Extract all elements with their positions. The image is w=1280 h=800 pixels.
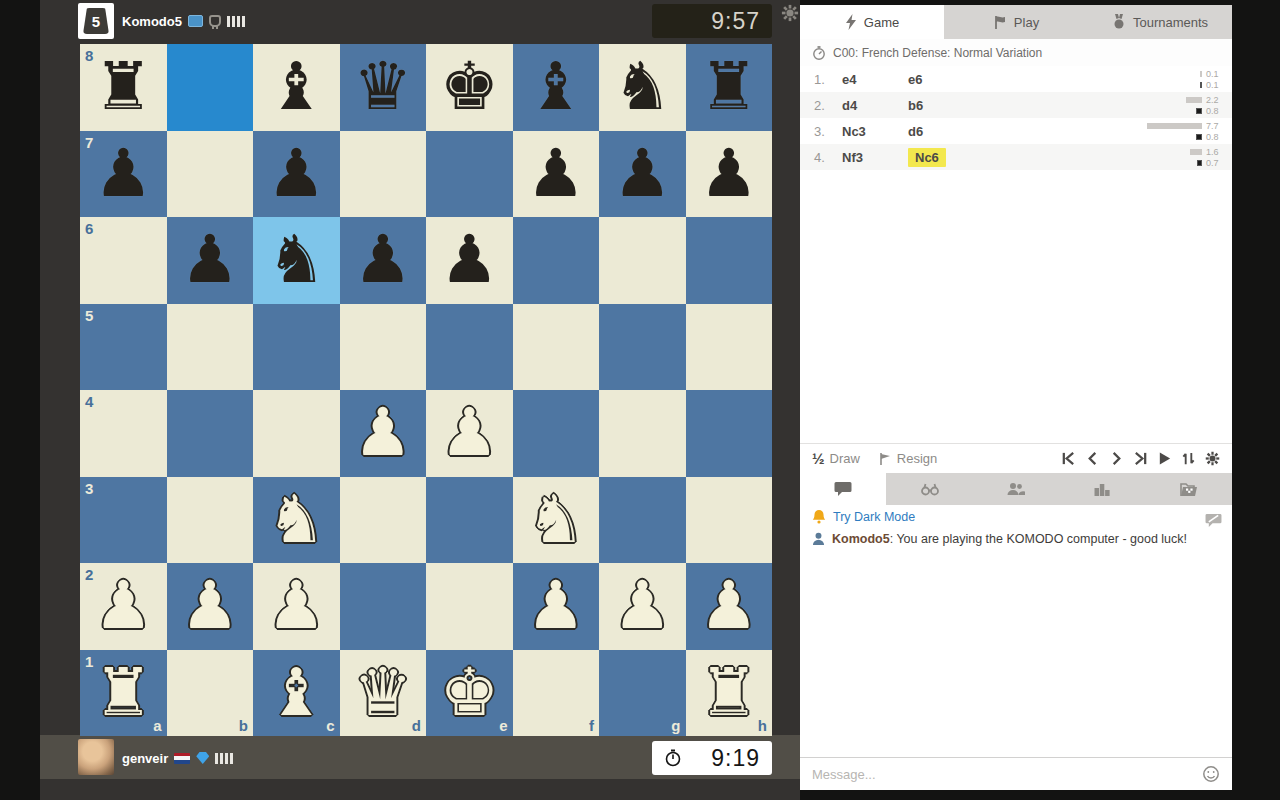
black-pawn-a7: ♟ (94, 141, 153, 207)
white-pawn-b2: ♟ (180, 573, 239, 639)
square-h4[interactable] (686, 390, 773, 477)
square-g2[interactable]: ♟ (599, 563, 686, 650)
square-e7[interactable] (426, 131, 513, 218)
square-c5[interactable] (253, 304, 340, 391)
games-folder-icon (1179, 481, 1199, 498)
white-move[interactable]: Nc3 (842, 124, 908, 139)
square-b2[interactable]: ♟ (167, 563, 254, 650)
white-knight-f3: ♞ (526, 487, 585, 553)
smiley-icon[interactable] (1202, 765, 1220, 783)
stopwatch-icon (812, 46, 826, 60)
white-pawn-d4: ♟ (353, 400, 412, 466)
square-f4[interactable] (513, 390, 600, 477)
bottom-player-clock: 9:19 (652, 741, 772, 775)
diamond-icon (196, 752, 209, 764)
white-move[interactable]: d4 (842, 98, 908, 113)
black-bishop-f8: ♝ (526, 54, 585, 120)
rank-label: 6 (85, 221, 93, 236)
square-c4[interactable] (253, 390, 340, 477)
board-column: 5 Komodo5 9:57 8♜♝♛♚♝♞♜7♟♟♟♟♟6♟♞♟♟54♟♟3♞… (40, 0, 800, 800)
opening-row: C00: French Defense: Normal Variation (800, 39, 1232, 66)
square-c6[interactable]: ♞ (253, 217, 340, 304)
white-pawn-g2: ♟ (613, 573, 672, 639)
square-e3[interactable] (426, 477, 513, 564)
black-rook-a8: ♜ (94, 54, 153, 120)
rank-label: 7 (85, 135, 93, 150)
square-f3[interactable]: ♞ (513, 477, 600, 564)
white-bishop-c1: ♝ (267, 660, 326, 726)
square-a7[interactable]: 7♟ (80, 131, 167, 218)
square-b8[interactable] (167, 44, 254, 131)
move-times: 2.20.8 (1186, 95, 1224, 116)
tab-label: Tournaments (1133, 15, 1208, 30)
square-g6[interactable] (599, 217, 686, 304)
rank-label: 5 (85, 308, 93, 323)
white-queen-d1: ♛ (353, 660, 412, 726)
move-row-2: 2.d4b62.20.8 (800, 92, 1232, 118)
tab-standings[interactable] (1059, 473, 1145, 505)
skip-start-icon[interactable] (1061, 451, 1076, 466)
square-b3[interactable] (167, 477, 254, 564)
move-times: 7.70.8 (1147, 121, 1224, 142)
square-g1[interactable]: g (599, 650, 686, 737)
file-label: c (326, 718, 334, 733)
square-d1[interactable]: d♛ (340, 650, 427, 737)
white-pawn-c2: ♟ (267, 573, 326, 639)
square-b7[interactable] (167, 131, 254, 218)
square-h1[interactable]: h♜ (686, 650, 773, 737)
chess-board[interactable]: 8♜♝♛♚♝♞♜7♟♟♟♟♟6♟♞♟♟54♟♟3♞♞2♟♟♟♟♟♟1a♜bc♝d… (80, 44, 772, 736)
rank-label: 4 (85, 394, 93, 409)
square-d4[interactable]: ♟ (340, 390, 427, 477)
chat-tabs (800, 473, 1232, 505)
message-input-row: Message... (800, 757, 1232, 790)
top-player-avatar[interactable]: 5 (78, 3, 114, 39)
square-d3[interactable] (340, 477, 427, 564)
move-number: 3. (814, 124, 842, 139)
side-panel: GamePlayTournaments C00: French Defense:… (800, 5, 1232, 790)
opening-name: C00: French Defense: Normal Variation (833, 46, 1042, 60)
game-controls: ½ Draw Resign (800, 443, 1232, 473)
tab-label: Play (1014, 15, 1039, 30)
resign-button[interactable]: Resign (878, 451, 937, 466)
file-label: e (499, 718, 507, 733)
flip-board-icon[interactable] (1181, 451, 1196, 466)
white-rook-a1: ♜ (94, 660, 153, 726)
chat-bubble-icon (834, 481, 852, 497)
black-move[interactable]: b6 (908, 98, 974, 113)
step-back-icon[interactable] (1085, 451, 1100, 466)
chess-app: 5 Komodo5 9:57 8♜♝♛♚♝♞♜7♟♟♟♟♟6♟♞♟♟54♟♟3♞… (0, 0, 1280, 800)
top-player-bar: 5 Komodo5 9:57 (40, 0, 800, 42)
square-d5[interactable] (340, 304, 427, 391)
skip-end-icon[interactable] (1133, 451, 1148, 466)
spectators-icon (1006, 481, 1026, 497)
square-g8[interactable]: ♞ (599, 44, 686, 131)
file-label: f (589, 718, 594, 733)
square-b4[interactable] (167, 390, 254, 477)
signal-bars-icon (227, 16, 245, 27)
netherlands-flag-icon (174, 753, 190, 764)
square-g4[interactable] (599, 390, 686, 477)
chat-area: Try Dark Mode Komodo5: You are playing t… (800, 505, 1232, 757)
square-d2[interactable] (340, 563, 427, 650)
black-pawn-e6: ♟ (440, 227, 499, 293)
tab-play[interactable]: Play (944, 5, 1088, 39)
rank-label: 2 (85, 567, 93, 582)
chat-message-text: You are playing the KOMODO computer - go… (896, 532, 1187, 546)
white-pawn-e4: ♟ (440, 400, 499, 466)
white-move[interactable]: Nf3 (842, 150, 908, 165)
message-input[interactable]: Message... (812, 767, 1202, 782)
square-c2[interactable]: ♟ (253, 563, 340, 650)
user-icon (812, 532, 825, 546)
black-move[interactable]: Nc6 (908, 150, 974, 165)
white-pawn-f2: ♟ (526, 573, 585, 639)
square-d7[interactable] (340, 131, 427, 218)
bottom-player-bar: genveir 9:19 (40, 737, 800, 779)
square-g3[interactable] (599, 477, 686, 564)
white-king-e1: ♚ (440, 660, 499, 726)
black-move[interactable]: e6 (908, 72, 974, 87)
square-a4[interactable]: 4 (80, 390, 167, 477)
board-settings-gear-icon[interactable] (781, 4, 799, 22)
move-list: 1.e4e60.10.12.d4b62.20.83.Nc3d67.70.84.N… (800, 66, 1232, 170)
black-bishop-c8: ♝ (267, 54, 326, 120)
rank-label: 8 (85, 48, 93, 63)
bell-icon (812, 509, 826, 524)
black-knight-c6: ♞ (267, 227, 326, 293)
signal-bars-icon (215, 753, 233, 764)
top-tabs: GamePlayTournaments (800, 5, 1232, 39)
rank-label: 3 (85, 481, 93, 496)
white-pawn-a2: ♟ (94, 573, 153, 639)
chip-icon (209, 15, 221, 27)
file-label: b (239, 718, 248, 733)
chat-disabled-icon[interactable] (1205, 513, 1222, 528)
square-f8[interactable]: ♝ (513, 44, 600, 131)
square-b6[interactable]: ♟ (167, 217, 254, 304)
move-number: 2. (814, 98, 842, 113)
square-e4[interactable]: ♟ (426, 390, 513, 477)
square-h5[interactable] (686, 304, 773, 391)
tab-label: Game (864, 15, 899, 30)
square-h6[interactable] (686, 217, 773, 304)
file-label: g (671, 718, 680, 733)
white-knight-c3: ♞ (267, 487, 326, 553)
square-e8[interactable]: ♚ (426, 44, 513, 131)
move-row-4: 4.Nf3Nc61.60.7 (800, 144, 1232, 170)
square-a6[interactable]: 6 (80, 217, 167, 304)
tab-game[interactable]: Game (800, 5, 944, 39)
move-times: 0.10.1 (1200, 69, 1224, 90)
top-player-name[interactable]: Komodo5 (122, 14, 182, 29)
square-c3[interactable]: ♞ (253, 477, 340, 564)
move-row-1: 1.e4e60.10.1 (800, 66, 1232, 92)
step-forward-icon[interactable] (1109, 451, 1124, 466)
file-label: a (153, 718, 161, 733)
square-a5[interactable]: 5 (80, 304, 167, 391)
monitor-icon (188, 15, 203, 27)
square-h3[interactable] (686, 477, 773, 564)
file-label: d (412, 718, 421, 733)
black-knight-g8: ♞ (613, 54, 672, 120)
tab-chat[interactable] (800, 473, 886, 505)
tab-watch[interactable] (886, 473, 972, 505)
move-row-3: 3.Nc3d67.70.8 (800, 118, 1232, 144)
move-number: 4. (814, 150, 842, 165)
square-d6[interactable]: ♟ (340, 217, 427, 304)
rank-label: 1 (85, 654, 93, 669)
square-g5[interactable] (599, 304, 686, 391)
move-number: 1. (814, 72, 842, 87)
chat-system-message: Try Dark Mode (800, 505, 1232, 528)
square-e5[interactable] (426, 304, 513, 391)
square-c8[interactable]: ♝ (253, 44, 340, 131)
black-move[interactable]: d6 (908, 124, 974, 139)
square-c1[interactable]: c♝ (253, 650, 340, 737)
square-g7[interactable]: ♟ (599, 131, 686, 218)
square-f6[interactable] (513, 217, 600, 304)
black-king-e8: ♚ (440, 54, 499, 120)
square-f2[interactable]: ♟ (513, 563, 600, 650)
bottom-player-avatar[interactable] (78, 739, 114, 775)
binoculars-icon (920, 481, 940, 497)
top-player-clock: 9:57 (652, 4, 772, 38)
black-pawn-b6: ♟ (180, 227, 239, 293)
black-queen-d8: ♛ (353, 54, 412, 120)
black-pawn-g7: ♟ (613, 141, 672, 207)
standings-icon (1093, 481, 1111, 497)
tab-games[interactable] (1146, 473, 1232, 505)
square-f7[interactable]: ♟ (513, 131, 600, 218)
square-h2[interactable]: ♟ (686, 563, 773, 650)
square-f5[interactable] (513, 304, 600, 391)
try-dark-mode-link[interactable]: Try Dark Mode (833, 510, 915, 524)
square-b1[interactable]: b (167, 650, 254, 737)
white-move[interactable]: e4 (842, 72, 908, 87)
square-h8[interactable]: ♜ (686, 44, 773, 131)
black-pawn-h7: ♟ (699, 141, 758, 207)
engine-chip-icon: 5 (83, 8, 109, 34)
move-times: 1.60.7 (1190, 147, 1224, 168)
white-pawn-h2: ♟ (699, 573, 758, 639)
tab-tournaments[interactable]: Tournaments (1088, 5, 1232, 39)
square-e1[interactable]: e♚ (426, 650, 513, 737)
file-label: h (758, 718, 767, 733)
square-e6[interactable]: ♟ (426, 217, 513, 304)
chat-player-message: Komodo5: You are playing the KOMODO comp… (800, 528, 1232, 550)
black-pawn-f7: ♟ (526, 141, 585, 207)
black-rook-h8: ♜ (699, 54, 758, 120)
square-d8[interactable]: ♛ (340, 44, 427, 131)
square-f1[interactable]: f (513, 650, 600, 737)
white-rook-h1: ♜ (699, 660, 758, 726)
square-h7[interactable]: ♟ (686, 131, 773, 218)
draw-button[interactable]: ½ Draw (812, 450, 860, 467)
square-e2[interactable] (426, 563, 513, 650)
square-b5[interactable] (167, 304, 254, 391)
square-a3[interactable]: 3 (80, 477, 167, 564)
square-a8[interactable]: 8♜ (80, 44, 167, 131)
chat-author[interactable]: Komodo5 (832, 532, 890, 546)
resign-flag-icon (878, 452, 892, 466)
black-pawn-d6: ♟ (353, 227, 412, 293)
tab-spectators[interactable] (973, 473, 1059, 505)
square-c7[interactable]: ♟ (253, 131, 340, 218)
settings-gear-icon[interactable] (1205, 451, 1220, 466)
bottom-player-name[interactable]: genveir (122, 751, 168, 766)
clock-icon (664, 749, 682, 767)
square-a1[interactable]: 1a♜ (80, 650, 167, 737)
square-a2[interactable]: 2♟ (80, 563, 167, 650)
black-pawn-c7: ♟ (267, 141, 326, 207)
autoplay-icon[interactable] (1157, 451, 1172, 466)
